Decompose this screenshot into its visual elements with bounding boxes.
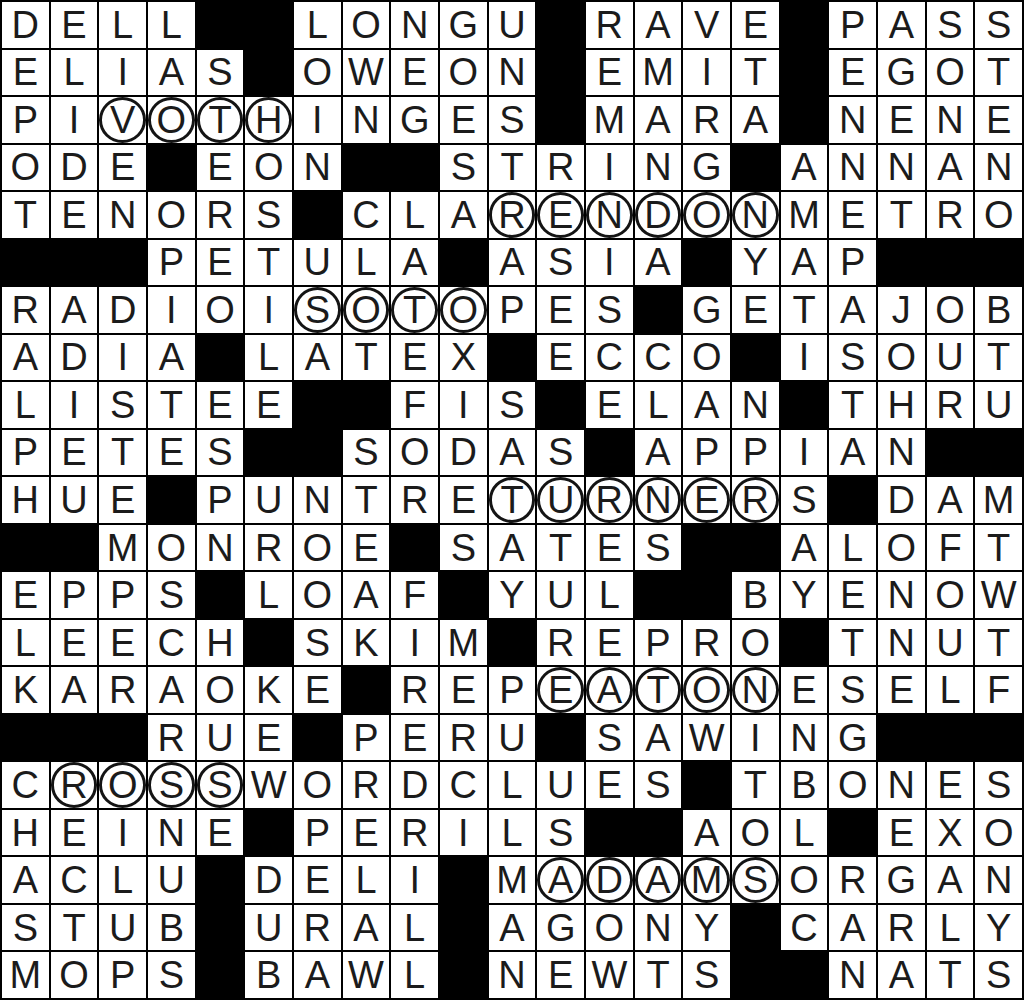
cell-r1c1[interactable]: D [2, 2, 49, 48]
cell-r2c13[interactable]: E [586, 50, 633, 96]
cell-r8c7[interactable]: A [294, 335, 341, 381]
cell-r6c9[interactable]: A [391, 240, 438, 286]
cell-r2c2[interactable]: L [51, 50, 98, 96]
cell-r7c4[interactable]: I [148, 287, 195, 333]
cell-r4c10[interactable]: S [440, 145, 487, 191]
cell-r10c4[interactable]: E [148, 430, 195, 476]
cell-r11c3[interactable]: E [99, 477, 146, 523]
cell-r5c15[interactable]: O [683, 192, 730, 238]
cell-r15c15[interactable]: O [683, 667, 730, 713]
cell-r13c21[interactable]: W [975, 572, 1022, 618]
cell-r7c9[interactable]: T [391, 287, 438, 333]
cell-r8c3[interactable]: I [99, 335, 146, 381]
cell-r12c3[interactable]: M [99, 525, 146, 571]
cell-r14c10[interactable]: M [440, 620, 487, 666]
cell-r16c11[interactable]: U [489, 715, 536, 761]
cell-r1c8[interactable]: O [343, 2, 390, 48]
cell-r19c9[interactable]: I [391, 857, 438, 903]
cell-r15c18[interactable]: S [829, 667, 876, 713]
cell-r21c9[interactable]: L [391, 952, 438, 998]
cell-r17c1[interactable]: C [2, 762, 49, 808]
cell-r4c1[interactable]: O [2, 145, 49, 191]
cell-r15c16[interactable]: N [732, 667, 779, 713]
cell-r12c14[interactable]: S [635, 525, 682, 571]
cell-r12c10[interactable]: S [440, 525, 487, 571]
cell-r9c15[interactable]: A [683, 382, 730, 428]
cell-r3c21[interactable]: E [975, 97, 1022, 143]
cell-r3c20[interactable]: N [927, 97, 974, 143]
cell-r13c11[interactable]: Y [489, 572, 536, 618]
cell-r17c13[interactable]: E [586, 762, 633, 808]
cell-r17c16[interactable]: T [732, 762, 779, 808]
cell-r18c15[interactable]: A [683, 810, 730, 856]
cell-r19c15[interactable]: M [683, 857, 730, 903]
cell-r9c16[interactable]: N [732, 382, 779, 428]
cell-r5c17[interactable]: M [781, 192, 828, 238]
cell-r11c19[interactable]: D [878, 477, 925, 523]
cell-r11c17[interactable]: S [781, 477, 828, 523]
cell-r2c14[interactable]: M [635, 50, 682, 96]
cell-r18c12[interactable]: S [537, 810, 584, 856]
cell-r4c2[interactable]: D [51, 145, 98, 191]
cell-r4c7[interactable]: N [294, 145, 341, 191]
cell-r1c7[interactable]: L [294, 2, 341, 48]
cell-r4c5[interactable]: E [197, 145, 244, 191]
cell-r10c14[interactable]: A [635, 430, 682, 476]
cell-r21c15[interactable]: S [683, 952, 730, 998]
cell-r9c6[interactable]: E [245, 382, 292, 428]
cell-r5c11[interactable]: R [489, 192, 536, 238]
cell-r6c16[interactable]: Y [732, 240, 779, 286]
cell-r6c5[interactable]: E [197, 240, 244, 286]
cell-r18c4[interactable]: N [148, 810, 195, 856]
cell-r19c19[interactable]: G [878, 857, 925, 903]
cell-r18c21[interactable]: O [975, 810, 1022, 856]
cell-r9c9[interactable]: F [391, 382, 438, 428]
cell-r3c10[interactable]: E [440, 97, 487, 143]
cell-r14c4[interactable]: C [148, 620, 195, 666]
cell-r7c19[interactable]: J [878, 287, 925, 333]
cell-r15c13[interactable]: A [586, 667, 633, 713]
cell-r13c16[interactable]: B [732, 572, 779, 618]
cell-r6c18[interactable]: P [829, 240, 876, 286]
cell-r14c2[interactable]: E [51, 620, 98, 666]
cell-r10c8[interactable]: S [343, 430, 390, 476]
cell-r1c14[interactable]: A [635, 2, 682, 48]
cell-r3c18[interactable]: N [829, 97, 876, 143]
cell-r1c18[interactable]: P [829, 2, 876, 48]
cell-r16c17[interactable]: N [781, 715, 828, 761]
cell-r15c5[interactable]: O [197, 667, 244, 713]
cell-r7c17[interactable]: T [781, 287, 828, 333]
cell-r8c17[interactable]: I [781, 335, 828, 381]
cell-r1c16[interactable]: E [732, 2, 779, 48]
cell-r9c18[interactable]: T [829, 382, 876, 428]
cell-r19c16[interactable]: S [732, 857, 779, 903]
cell-r10c16[interactable]: P [732, 430, 779, 476]
cell-r18c17[interactable]: L [781, 810, 828, 856]
cell-r4c13[interactable]: I [586, 145, 633, 191]
cell-r12c5[interactable]: N [197, 525, 244, 571]
cell-r9c2[interactable]: I [51, 382, 98, 428]
cell-r2c20[interactable]: O [927, 50, 974, 96]
cell-r11c9[interactable]: R [391, 477, 438, 523]
cell-r13c13[interactable]: L [586, 572, 633, 618]
cell-r8c13[interactable]: C [586, 335, 633, 381]
cell-r18c16[interactable]: O [732, 810, 779, 856]
cell-r14c3[interactable]: E [99, 620, 146, 666]
cell-r2c8[interactable]: W [343, 50, 390, 96]
cell-r9c3[interactable]: S [99, 382, 146, 428]
cell-r3c14[interactable]: A [635, 97, 682, 143]
cell-r9c5[interactable]: E [197, 382, 244, 428]
cell-r3c16[interactable]: A [732, 97, 779, 143]
cell-r21c11[interactable]: N [489, 952, 536, 998]
cell-r17c20[interactable]: E [927, 762, 974, 808]
cell-r6c11[interactable]: A [489, 240, 536, 286]
cell-r4c14[interactable]: N [635, 145, 682, 191]
cell-r1c2[interactable]: E [51, 2, 98, 48]
cell-r5c13[interactable]: N [586, 192, 633, 238]
cell-r13c1[interactable]: E [2, 572, 49, 618]
cell-r3c15[interactable]: R [683, 97, 730, 143]
cell-r11c16[interactable]: R [732, 477, 779, 523]
cell-r21c12[interactable]: E [537, 952, 584, 998]
cell-r20c2[interactable]: T [51, 905, 98, 951]
cell-r5c19[interactable]: T [878, 192, 925, 238]
cell-r20c14[interactable]: N [635, 905, 682, 951]
cell-r12c17[interactable]: A [781, 525, 828, 571]
cell-r14c1[interactable]: L [2, 620, 49, 666]
cell-r20c17[interactable]: C [781, 905, 828, 951]
cell-r20c3[interactable]: U [99, 905, 146, 951]
cell-r12c4[interactable]: O [148, 525, 195, 571]
cell-r6c14[interactable]: A [635, 240, 682, 286]
cell-r9c13[interactable]: E [586, 382, 633, 428]
cell-r21c2[interactable]: O [51, 952, 98, 998]
cell-r8c2[interactable]: D [51, 335, 98, 381]
cell-r11c5[interactable]: P [197, 477, 244, 523]
cell-r21c18[interactable]: N [829, 952, 876, 998]
cell-r18c11[interactable]: L [489, 810, 536, 856]
cell-r19c2[interactable]: C [51, 857, 98, 903]
cell-r3c13[interactable]: M [586, 97, 633, 143]
cell-r17c18[interactable]: O [829, 762, 876, 808]
cell-r7c10[interactable]: O [440, 287, 487, 333]
cell-r2c7[interactable]: O [294, 50, 341, 96]
cell-r17c6[interactable]: W [245, 762, 292, 808]
cell-r21c1[interactable]: M [2, 952, 49, 998]
cell-r6c7[interactable]: U [294, 240, 341, 286]
cell-r6c17[interactable]: A [781, 240, 828, 286]
cell-r6c8[interactable]: L [343, 240, 390, 286]
cell-r10c1[interactable]: P [2, 430, 49, 476]
cell-r3c7[interactable]: I [294, 97, 341, 143]
cell-r15c14[interactable]: T [635, 667, 682, 713]
cell-r19c17[interactable]: O [781, 857, 828, 903]
cell-r14c15[interactable]: R [683, 620, 730, 666]
cell-r13c20[interactable]: O [927, 572, 974, 618]
cell-r18c1[interactable]: H [2, 810, 49, 856]
cell-r17c21[interactable]: S [975, 762, 1022, 808]
cell-r5c5[interactable]: R [197, 192, 244, 238]
cell-r2c18[interactable]: E [829, 50, 876, 96]
cell-r13c12[interactable]: U [537, 572, 584, 618]
cell-r12c8[interactable]: E [343, 525, 390, 571]
cell-r19c8[interactable]: L [343, 857, 390, 903]
cell-r17c3[interactable]: O [99, 762, 146, 808]
cell-r5c1[interactable]: T [2, 192, 49, 238]
cell-r19c7[interactable]: E [294, 857, 341, 903]
cell-r5c2[interactable]: E [51, 192, 98, 238]
cell-r7c7[interactable]: S [294, 287, 341, 333]
cell-r4c19[interactable]: N [878, 145, 925, 191]
cell-r14c20[interactable]: U [927, 620, 974, 666]
cell-r8c19[interactable]: O [878, 335, 925, 381]
cell-r3c9[interactable]: G [391, 97, 438, 143]
cell-r7c20[interactable]: O [927, 287, 974, 333]
cell-r14c14[interactable]: P [635, 620, 682, 666]
cell-r8c14[interactable]: C [635, 335, 682, 381]
cell-r2c4[interactable]: A [148, 50, 195, 96]
cell-r2c11[interactable]: N [489, 50, 536, 96]
cell-r5c3[interactable]: N [99, 192, 146, 238]
cell-r13c4[interactable]: S [148, 572, 195, 618]
cell-r3c4[interactable]: O [148, 97, 195, 143]
cell-r18c19[interactable]: E [878, 810, 925, 856]
cell-r16c6[interactable]: E [245, 715, 292, 761]
cell-r14c9[interactable]: I [391, 620, 438, 666]
cell-r10c12[interactable]: S [537, 430, 584, 476]
cell-r15c2[interactable]: A [51, 667, 98, 713]
cell-r13c18[interactable]: E [829, 572, 876, 618]
cell-r7c18[interactable]: A [829, 287, 876, 333]
cell-r9c11[interactable]: S [489, 382, 536, 428]
cell-r4c3[interactable]: E [99, 145, 146, 191]
cell-r7c6[interactable]: I [245, 287, 292, 333]
cell-r18c7[interactable]: P [294, 810, 341, 856]
cell-r15c20[interactable]: L [927, 667, 974, 713]
cell-r14c21[interactable]: T [975, 620, 1022, 666]
cell-r11c8[interactable]: T [343, 477, 390, 523]
cell-r21c13[interactable]: W [586, 952, 633, 998]
cell-r2c15[interactable]: I [683, 50, 730, 96]
cell-r14c12[interactable]: R [537, 620, 584, 666]
cell-r5c14[interactable]: D [635, 192, 682, 238]
cell-r17c9[interactable]: D [391, 762, 438, 808]
cell-r7c16[interactable]: E [732, 287, 779, 333]
cell-r21c6[interactable]: B [245, 952, 292, 998]
cell-r9c20[interactable]: R [927, 382, 974, 428]
cell-r5c21[interactable]: O [975, 192, 1022, 238]
cell-r21c8[interactable]: W [343, 952, 390, 998]
cell-r8c1[interactable]: A [2, 335, 49, 381]
cell-r4c21[interactable]: N [975, 145, 1022, 191]
cell-r2c3[interactable]: I [99, 50, 146, 96]
cell-r8c9[interactable]: E [391, 335, 438, 381]
cell-r11c14[interactable]: N [635, 477, 682, 523]
cell-r11c11[interactable]: T [489, 477, 536, 523]
cell-r19c4[interactable]: U [148, 857, 195, 903]
cell-r8c15[interactable]: O [683, 335, 730, 381]
cell-r17c8[interactable]: R [343, 762, 390, 808]
cell-r12c21[interactable]: T [975, 525, 1022, 571]
cell-r17c2[interactable]: R [51, 762, 98, 808]
cell-r3c1[interactable]: P [2, 97, 49, 143]
cell-r10c10[interactable]: D [440, 430, 487, 476]
cell-r1c20[interactable]: S [927, 2, 974, 48]
cell-r5c4[interactable]: O [148, 192, 195, 238]
cell-r2c21[interactable]: T [975, 50, 1022, 96]
cell-r17c10[interactable]: C [440, 762, 487, 808]
cell-r7c13[interactable]: S [586, 287, 633, 333]
cell-r12c7[interactable]: O [294, 525, 341, 571]
cell-r18c8[interactable]: E [343, 810, 390, 856]
cell-r2c16[interactable]: T [732, 50, 779, 96]
cell-r1c19[interactable]: A [878, 2, 925, 48]
cell-r4c18[interactable]: N [829, 145, 876, 191]
cell-r7c3[interactable]: D [99, 287, 146, 333]
cell-r16c4[interactable]: R [148, 715, 195, 761]
cell-r14c8[interactable]: K [343, 620, 390, 666]
cell-r8c12[interactable]: E [537, 335, 584, 381]
cell-r9c4[interactable]: T [148, 382, 195, 428]
cell-r20c7[interactable]: R [294, 905, 341, 951]
cell-r14c16[interactable]: O [732, 620, 779, 666]
cell-r20c18[interactable]: A [829, 905, 876, 951]
cell-r2c19[interactable]: G [878, 50, 925, 96]
cell-r19c3[interactable]: L [99, 857, 146, 903]
cell-r12c6[interactable]: R [245, 525, 292, 571]
cell-r15c4[interactable]: A [148, 667, 195, 713]
cell-r7c12[interactable]: E [537, 287, 584, 333]
cell-r11c21[interactable]: M [975, 477, 1022, 523]
cell-r17c4[interactable]: S [148, 762, 195, 808]
cell-r9c19[interactable]: H [878, 382, 925, 428]
cell-r8c18[interactable]: S [829, 335, 876, 381]
cell-r17c17[interactable]: B [781, 762, 828, 808]
cell-r14c13[interactable]: E [586, 620, 633, 666]
cell-r9c10[interactable]: I [440, 382, 487, 428]
cell-r19c18[interactable]: R [829, 857, 876, 903]
cell-r5c20[interactable]: R [927, 192, 974, 238]
cell-r10c15[interactable]: P [683, 430, 730, 476]
cell-r6c4[interactable]: P [148, 240, 195, 286]
cell-r17c12[interactable]: U [537, 762, 584, 808]
cell-r21c21[interactable]: S [975, 952, 1022, 998]
cell-r18c9[interactable]: R [391, 810, 438, 856]
cell-r6c13[interactable]: I [586, 240, 633, 286]
cell-r17c19[interactable]: N [878, 762, 925, 808]
cell-r21c14[interactable]: T [635, 952, 682, 998]
cell-r3c2[interactable]: I [51, 97, 98, 143]
cell-r21c3[interactable]: P [99, 952, 146, 998]
cell-r5c9[interactable]: L [391, 192, 438, 238]
cell-r11c6[interactable]: U [245, 477, 292, 523]
cell-r7c2[interactable]: A [51, 287, 98, 333]
cell-r13c17[interactable]: Y [781, 572, 828, 618]
cell-r15c6[interactable]: K [245, 667, 292, 713]
cell-r4c20[interactable]: A [927, 145, 974, 191]
cell-r20c21[interactable]: Y [975, 905, 1022, 951]
cell-r5c12[interactable]: E [537, 192, 584, 238]
cell-r16c5[interactable]: U [197, 715, 244, 761]
cell-r7c1[interactable]: R [2, 287, 49, 333]
cell-r2c10[interactable]: O [440, 50, 487, 96]
cell-r15c10[interactable]: E [440, 667, 487, 713]
cell-r5c10[interactable]: A [440, 192, 487, 238]
cell-r18c3[interactable]: I [99, 810, 146, 856]
cell-r5c18[interactable]: E [829, 192, 876, 238]
cell-r18c10[interactable]: I [440, 810, 487, 856]
cell-r15c7[interactable]: E [294, 667, 341, 713]
cell-r21c4[interactable]: S [148, 952, 195, 998]
cell-r19c20[interactable]: A [927, 857, 974, 903]
cell-r1c9[interactable]: N [391, 2, 438, 48]
cell-r19c6[interactable]: D [245, 857, 292, 903]
cell-r12c18[interactable]: L [829, 525, 876, 571]
cell-r8c20[interactable]: U [927, 335, 974, 381]
cell-r12c20[interactable]: F [927, 525, 974, 571]
cell-r6c6[interactable]: T [245, 240, 292, 286]
cell-r10c9[interactable]: O [391, 430, 438, 476]
cell-r10c17[interactable]: I [781, 430, 828, 476]
cell-r19c13[interactable]: D [586, 857, 633, 903]
cell-r11c2[interactable]: U [51, 477, 98, 523]
cell-r11c1[interactable]: H [2, 477, 49, 523]
cell-r10c18[interactable]: A [829, 430, 876, 476]
cell-r16c14[interactable]: A [635, 715, 682, 761]
cell-r19c21[interactable]: N [975, 857, 1022, 903]
cell-r7c8[interactable]: O [343, 287, 390, 333]
cell-r8c21[interactable]: T [975, 335, 1022, 381]
cell-r4c15[interactable]: G [683, 145, 730, 191]
cell-r15c19[interactable]: E [878, 667, 925, 713]
cell-r13c3[interactable]: P [99, 572, 146, 618]
cell-r11c10[interactable]: E [440, 477, 487, 523]
cell-r20c6[interactable]: U [245, 905, 292, 951]
cell-r16c9[interactable]: E [391, 715, 438, 761]
cell-r15c21[interactable]: F [975, 667, 1022, 713]
cell-r9c14[interactable]: L [635, 382, 682, 428]
cell-r20c1[interactable]: S [2, 905, 49, 951]
cell-r19c1[interactable]: A [2, 857, 49, 903]
cell-r16c18[interactable]: G [829, 715, 876, 761]
cell-r12c19[interactable]: O [878, 525, 925, 571]
cell-r1c3[interactable]: L [99, 2, 146, 48]
cell-r4c17[interactable]: A [781, 145, 828, 191]
cell-r4c11[interactable]: T [489, 145, 536, 191]
cell-r12c13[interactable]: E [586, 525, 633, 571]
cell-r6c12[interactable]: S [537, 240, 584, 286]
cell-r7c5[interactable]: O [197, 287, 244, 333]
cell-r20c9[interactable]: L [391, 905, 438, 951]
cell-r8c4[interactable]: A [148, 335, 195, 381]
cell-r5c6[interactable]: S [245, 192, 292, 238]
cell-r16c10[interactable]: R [440, 715, 487, 761]
cell-r20c13[interactable]: O [586, 905, 633, 951]
cell-r19c11[interactable]: M [489, 857, 536, 903]
cell-r16c16[interactable]: I [732, 715, 779, 761]
cell-r1c4[interactable]: L [148, 2, 195, 48]
cell-r14c7[interactable]: S [294, 620, 341, 666]
cell-r13c6[interactable]: L [245, 572, 292, 618]
cell-r1c11[interactable]: U [489, 2, 536, 48]
cell-r20c8[interactable]: A [343, 905, 390, 951]
cell-r18c5[interactable]: E [197, 810, 244, 856]
cell-r15c11[interactable]: P [489, 667, 536, 713]
cell-r9c21[interactable]: U [975, 382, 1022, 428]
